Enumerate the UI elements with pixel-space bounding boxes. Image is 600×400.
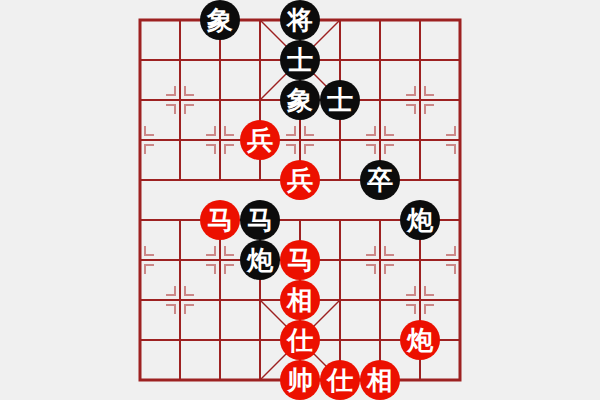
- piece-black-elephant[interactable]: 象: [280, 80, 320, 120]
- piece-black-cannon[interactable]: 炮: [240, 240, 280, 280]
- piece-black-cannon[interactable]: 炮: [400, 200, 440, 240]
- xiangqi-board[interactable]: 象将士象士兵兵卒马马炮炮马相仕炮帅仕相: [140, 20, 460, 380]
- piece-black-pawn[interactable]: 卒: [360, 160, 400, 200]
- piece-red-pawn[interactable]: 兵: [280, 160, 320, 200]
- piece-red-cannon[interactable]: 炮: [400, 320, 440, 360]
- piece-red-advisor[interactable]: 仕: [320, 360, 360, 400]
- piece-black-advisor[interactable]: 士: [280, 40, 320, 80]
- xiangqi-screenshot: 象将士象士兵兵卒马马炮炮马相仕炮帅仕相: [0, 0, 600, 400]
- pieces-layer: 象将士象士兵兵卒马马炮炮马相仕炮帅仕相: [120, 0, 480, 400]
- piece-red-elephant[interactable]: 相: [360, 360, 400, 400]
- piece-red-pawn[interactable]: 兵: [240, 120, 280, 160]
- piece-black-general[interactable]: 将: [280, 0, 320, 40]
- piece-black-elephant[interactable]: 象: [200, 0, 240, 40]
- piece-red-horse[interactable]: 马: [280, 240, 320, 280]
- piece-black-horse[interactable]: 马: [240, 200, 280, 240]
- piece-red-horse[interactable]: 马: [200, 200, 240, 240]
- piece-red-advisor[interactable]: 仕: [280, 320, 320, 360]
- piece-black-advisor[interactable]: 士: [320, 80, 360, 120]
- piece-red-elephant[interactable]: 相: [280, 280, 320, 320]
- piece-red-general[interactable]: 帅: [280, 360, 320, 400]
